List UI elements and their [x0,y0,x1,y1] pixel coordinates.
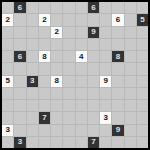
cell-r1c2: 6 [14,2,25,13]
cell-r7c5[interactable]: 8 [51,76,62,87]
cell-r10c10[interactable] [112,112,123,123]
cell-r11c6[interactable] [63,125,74,136]
cell-r6c11[interactable] [125,63,136,74]
cell-r3c10[interactable] [112,27,123,38]
cell-r12c12[interactable] [137,137,148,148]
cell-r9c1[interactable] [2,100,13,111]
cell-r5c1[interactable] [2,51,13,62]
cell-r4c7[interactable] [76,39,87,50]
cell-r6c10[interactable] [112,63,123,74]
cell-r10c2[interactable] [14,112,25,123]
cell-r4c11[interactable] [125,39,136,50]
cell-r11c2[interactable] [14,125,25,136]
cell-r11c10: 9 [112,125,123,136]
cell-r11c9[interactable] [100,125,111,136]
cell-r7c9[interactable]: 9 [100,76,111,87]
cell-r2c2[interactable] [14,14,25,25]
cell-r6c3[interactable] [27,63,38,74]
cell-r5c5[interactable] [51,51,62,62]
cell-r2c9[interactable] [100,14,111,25]
cell-r8c7[interactable] [76,88,87,99]
cell-r7c4[interactable] [39,76,50,87]
cell-r4c5[interactable] [51,39,62,50]
cell-r10c4: 7 [39,112,50,123]
cell-r5c6[interactable] [63,51,74,62]
cell-r9c4[interactable] [39,100,50,111]
cell-r8c6[interactable] [63,88,74,99]
cell-r2c6[interactable] [63,14,74,25]
cell-r2c7[interactable] [76,14,87,25]
cell-r4c9[interactable] [100,39,111,50]
cell-r5c12[interactable] [137,51,148,62]
cell-r12c8: 7 [88,137,99,148]
cell-r4c2[interactable] [14,39,25,50]
cell-r3c2[interactable] [14,27,25,38]
cell-r3c6[interactable] [63,27,74,38]
cell-r12c6[interactable] [63,137,74,148]
cell-r12c3[interactable] [27,137,38,148]
cell-r9c3[interactable] [27,100,38,111]
cell-r12c4[interactable] [39,137,50,148]
cell-r10c1[interactable] [2,112,13,123]
cell-r5c11[interactable] [125,51,136,62]
cell-r12c11[interactable] [125,137,136,148]
cell-r4c8[interactable] [88,39,99,50]
cell-r1c5[interactable] [51,2,62,13]
cell-r11c3[interactable] [27,125,38,136]
cell-r8c5[interactable] [51,88,62,99]
cell-r2c3[interactable] [27,14,38,25]
cell-r10c3[interactable] [27,112,38,123]
cell-r11c5[interactable] [51,125,62,136]
cell-r2c5[interactable] [51,14,62,25]
cell-r6c5[interactable] [51,63,62,74]
cell-r3c1[interactable] [2,27,13,38]
cell-r8c10[interactable] [112,88,123,99]
cell-r9c10[interactable] [112,100,123,111]
cell-r2c11[interactable] [125,14,136,25]
cell-r9c8[interactable] [88,100,99,111]
cell-r9c6[interactable] [63,100,74,111]
cell-r6c12[interactable] [137,63,148,74]
cell-r1c7[interactable] [76,2,87,13]
cell-r11c4[interactable] [39,125,50,136]
cell-r4c1[interactable] [2,39,13,50]
cell-r5c10: 8 [112,51,123,62]
cell-r6c1[interactable] [2,63,13,74]
cell-r7c10[interactable] [112,76,123,87]
cell-r5c7[interactable]: 4 [76,51,87,62]
cell-r2c4[interactable]: 2 [39,14,50,25]
cell-r12c1[interactable] [2,137,13,148]
cell-r9c7[interactable] [76,100,87,111]
cell-r2c8[interactable] [88,14,99,25]
cell-r4c6[interactable] [63,39,74,50]
puzzle-board: 6622652968485389733937 [0,0,150,150]
cell-r3c8: 9 [88,27,99,38]
cell-r4c10[interactable] [112,39,123,50]
cell-r1c3[interactable] [27,2,38,13]
cell-r11c11[interactable] [125,125,136,136]
cell-r8c8[interactable] [88,88,99,99]
cell-r8c2[interactable] [14,88,25,99]
cell-r5c4[interactable]: 8 [39,51,50,62]
cell-r10c9[interactable]: 3 [100,112,111,123]
cell-r11c8[interactable] [88,125,99,136]
cell-r1c4[interactable] [39,2,50,13]
cell-r7c8[interactable] [88,76,99,87]
cell-r10c11[interactable] [125,112,136,123]
cell-r1c10[interactable] [112,2,123,13]
cell-r9c12[interactable] [137,100,148,111]
cell-r12c9[interactable] [100,137,111,148]
cell-r1c9[interactable] [100,2,111,13]
cell-r7c11[interactable] [125,76,136,87]
cell-r11c7[interactable] [76,125,87,136]
cell-r3c11[interactable] [125,27,136,38]
cell-r1c11[interactable] [125,2,136,13]
cell-r12c2: 3 [14,137,25,148]
cell-r7c12[interactable] [137,76,148,87]
cell-r1c6[interactable] [63,2,74,13]
cell-r5c9[interactable] [100,51,111,62]
cell-r4c3[interactable] [27,39,38,50]
cell-r10c6[interactable] [63,112,74,123]
cell-r8c9[interactable] [100,88,111,99]
cell-r7c6[interactable] [63,76,74,87]
cell-r3c4[interactable] [39,27,50,38]
cell-r10c7[interactable] [76,112,87,123]
cell-r3c7[interactable] [76,27,87,38]
cell-r12c10[interactable] [112,137,123,148]
cell-r2c10[interactable]: 6 [112,14,123,25]
cell-r12c7[interactable] [76,137,87,148]
cell-r5c2: 6 [14,51,25,62]
cell-r1c12[interactable] [137,2,148,13]
cell-r9c2[interactable] [14,100,25,111]
cell-r12c5[interactable] [51,137,62,148]
cell-r7c3: 3 [27,76,38,87]
cell-r10c5[interactable] [51,112,62,123]
cell-r5c3[interactable] [27,51,38,62]
cell-r8c4[interactable] [39,88,50,99]
cell-r6c6[interactable] [63,63,74,74]
cell-r3c12[interactable] [137,27,148,38]
cell-r2c12: 5 [137,14,148,25]
cell-r1c8: 6 [88,2,99,13]
cell-r3c5[interactable]: 2 [51,27,62,38]
cell-r10c12[interactable] [137,112,148,123]
cell-r6c8[interactable] [88,63,99,74]
cell-r11c1[interactable]: 3 [2,125,13,136]
cell-r6c7[interactable] [76,63,87,74]
cell-r7c7[interactable] [76,76,87,87]
cell-r8c11[interactable] [125,88,136,99]
cell-r8c1[interactable] [2,88,13,99]
cell-r7c2[interactable] [14,76,25,87]
cell-r7c1[interactable]: 5 [2,76,13,87]
cell-r4c4[interactable] [39,39,50,50]
cell-r6c4[interactable] [39,63,50,74]
cell-r4c12[interactable] [137,39,148,50]
cell-r8c12[interactable] [137,88,148,99]
cell-r9c5[interactable] [51,100,62,111]
cell-r10c8[interactable] [88,112,99,123]
cell-r6c9[interactable] [100,63,111,74]
cell-r11c12[interactable] [137,125,148,136]
cell-r3c9[interactable] [100,27,111,38]
cell-r6c2[interactable] [14,63,25,74]
cell-r8c3[interactable] [27,88,38,99]
cell-r3c3[interactable] [27,27,38,38]
cell-r1c1[interactable] [2,2,13,13]
cell-r5c8[interactable] [88,51,99,62]
cell-r9c9[interactable] [100,100,111,111]
cell-r9c11[interactable] [125,100,136,111]
cell-r2c1[interactable]: 2 [2,14,13,25]
